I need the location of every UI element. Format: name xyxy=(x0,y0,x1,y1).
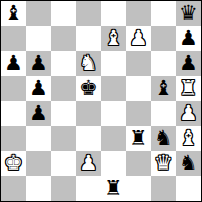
piece-black-pawn-h6[interactable]: ♟ xyxy=(179,51,198,76)
square-g8[interactable] xyxy=(151,1,176,26)
square-b8[interactable] xyxy=(26,1,51,26)
square-c8[interactable] xyxy=(51,1,76,26)
square-e3[interactable] xyxy=(101,126,126,151)
square-d5[interactable]: ♚ xyxy=(76,76,101,101)
piece-white-bishop-h3[interactable]: ♝ xyxy=(179,126,198,151)
piece-white-queen-g2[interactable]: ♛ xyxy=(154,151,173,176)
square-d2[interactable]: ♟ xyxy=(76,151,101,176)
square-g5[interactable]: ♝ xyxy=(151,76,176,101)
square-b3[interactable] xyxy=(26,126,51,151)
piece-black-pawn-a6[interactable]: ♟ xyxy=(4,51,23,76)
square-e1[interactable]: ♜ xyxy=(101,176,126,201)
square-a4[interactable] xyxy=(1,101,26,126)
square-b1[interactable] xyxy=(26,176,51,201)
square-g6[interactable] xyxy=(151,51,176,76)
piece-white-bishop-e7[interactable]: ♝ xyxy=(104,26,123,51)
square-f3[interactable]: ♜ xyxy=(126,126,151,151)
square-h1[interactable] xyxy=(176,176,201,201)
square-a6[interactable]: ♟ xyxy=(1,51,26,76)
square-f8[interactable] xyxy=(126,1,151,26)
piece-black-pawn-b4[interactable]: ♟ xyxy=(29,101,48,126)
piece-black-bishop-g5[interactable]: ♝ xyxy=(154,76,173,101)
square-c6[interactable] xyxy=(51,51,76,76)
square-e2[interactable] xyxy=(101,151,126,176)
square-e8[interactable] xyxy=(101,1,126,26)
square-a7[interactable] xyxy=(1,26,26,51)
square-h7[interactable]: ♟ xyxy=(176,26,201,51)
piece-black-rook-e1[interactable]: ♜ xyxy=(104,176,123,201)
piece-white-rook-h5[interactable]: ♜ xyxy=(179,76,198,101)
square-f7[interactable]: ♟ xyxy=(126,26,151,51)
square-f4[interactable] xyxy=(126,101,151,126)
square-a3[interactable] xyxy=(1,126,26,151)
square-d1[interactable] xyxy=(76,176,101,201)
square-g7[interactable] xyxy=(151,26,176,51)
square-a8[interactable]: ♝ xyxy=(1,1,26,26)
square-d4[interactable] xyxy=(76,101,101,126)
square-d8[interactable] xyxy=(76,1,101,26)
square-b7[interactable] xyxy=(26,26,51,51)
square-e6[interactable] xyxy=(101,51,126,76)
square-c1[interactable] xyxy=(51,176,76,201)
square-c7[interactable] xyxy=(51,26,76,51)
piece-black-pawn-b5[interactable]: ♟ xyxy=(29,76,48,101)
square-b5[interactable]: ♟ xyxy=(26,76,51,101)
square-a1[interactable] xyxy=(1,176,26,201)
square-c2[interactable] xyxy=(51,151,76,176)
chess-board: ♝♛♝♟♟♟♟♞♟♟♚♝♜♟♟♜♞♝♚♟♛♞♜ xyxy=(0,0,202,202)
square-f5[interactable] xyxy=(126,76,151,101)
square-b2[interactable] xyxy=(26,151,51,176)
piece-white-pawn-h4[interactable]: ♟ xyxy=(179,101,198,126)
square-h4[interactable]: ♟ xyxy=(176,101,201,126)
square-b4[interactable]: ♟ xyxy=(26,101,51,126)
square-g1[interactable] xyxy=(151,176,176,201)
piece-black-rook-f3[interactable]: ♜ xyxy=(129,126,148,151)
square-h6[interactable]: ♟ xyxy=(176,51,201,76)
piece-black-pawn-h7[interactable]: ♟ xyxy=(179,26,198,51)
piece-black-pawn-b6[interactable]: ♟ xyxy=(29,51,48,76)
square-f1[interactable] xyxy=(126,176,151,201)
piece-black-knight-g3[interactable]: ♞ xyxy=(154,126,173,151)
piece-black-king-d5[interactable]: ♚ xyxy=(79,76,98,101)
piece-black-bishop-a8[interactable]: ♝ xyxy=(4,1,23,26)
square-h5[interactable]: ♜ xyxy=(176,76,201,101)
square-f2[interactable] xyxy=(126,151,151,176)
square-h2[interactable]: ♞ xyxy=(176,151,201,176)
piece-white-pawn-f7[interactable]: ♟ xyxy=(129,26,148,51)
square-e5[interactable] xyxy=(101,76,126,101)
piece-white-pawn-d2[interactable]: ♟ xyxy=(79,151,98,176)
square-d7[interactable] xyxy=(76,26,101,51)
piece-white-knight-d6[interactable]: ♞ xyxy=(79,51,98,76)
square-g2[interactable]: ♛ xyxy=(151,151,176,176)
square-b6[interactable]: ♟ xyxy=(26,51,51,76)
square-c4[interactable] xyxy=(51,101,76,126)
square-g4[interactable] xyxy=(151,101,176,126)
square-d6[interactable]: ♞ xyxy=(76,51,101,76)
square-e7[interactable]: ♝ xyxy=(101,26,126,51)
piece-black-knight-h2[interactable]: ♞ xyxy=(179,151,198,176)
square-h3[interactable]: ♝ xyxy=(176,126,201,151)
square-c5[interactable] xyxy=(51,76,76,101)
square-e4[interactable] xyxy=(101,101,126,126)
square-h8[interactable]: ♛ xyxy=(176,1,201,26)
square-g3[interactable]: ♞ xyxy=(151,126,176,151)
piece-black-queen-h8[interactable]: ♛ xyxy=(179,1,198,26)
square-d3[interactable] xyxy=(76,126,101,151)
square-f6[interactable] xyxy=(126,51,151,76)
square-c3[interactable] xyxy=(51,126,76,151)
piece-white-king-a2[interactable]: ♚ xyxy=(4,151,23,176)
square-a2[interactable]: ♚ xyxy=(1,151,26,176)
square-a5[interactable] xyxy=(1,76,26,101)
